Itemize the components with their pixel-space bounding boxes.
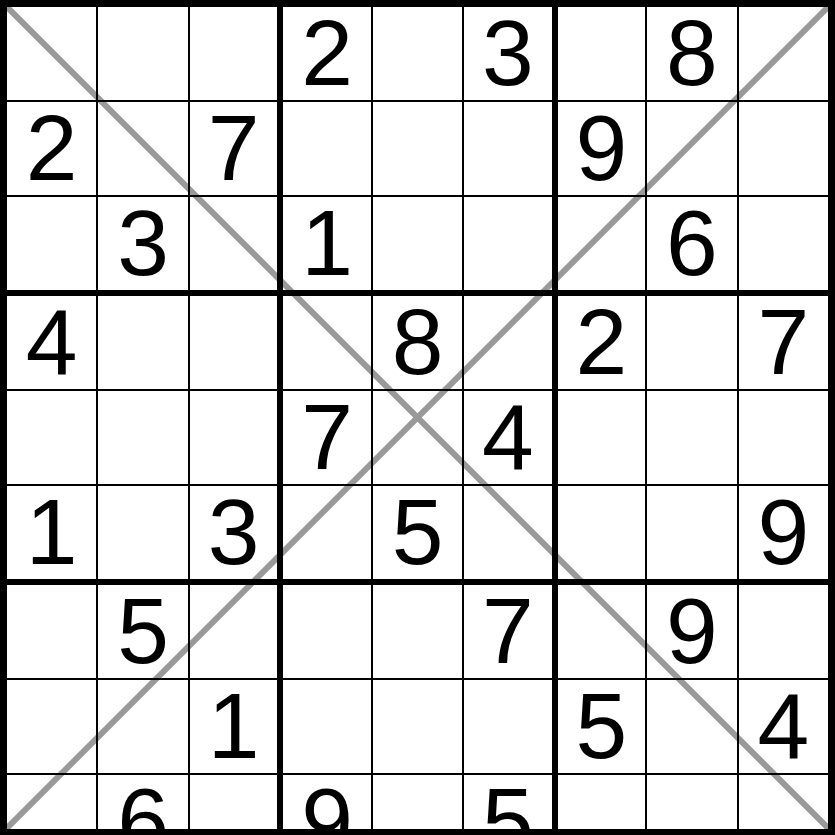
cell-r5c3[interactable] (189, 390, 280, 485)
cell-r7c2: 5 (97, 582, 188, 679)
cell-r8c7: 5 (555, 679, 646, 774)
cell-r2c2[interactable] (97, 101, 188, 196)
cell-r1c7[interactable] (555, 6, 646, 101)
cell-r4c9: 7 (738, 293, 829, 390)
cell-r9c4: 9 (280, 774, 371, 835)
cell-r9c8[interactable] (646, 774, 737, 835)
cell-r7c8: 9 (646, 582, 737, 679)
cell-r2c9[interactable] (738, 101, 829, 196)
cell-r4c6[interactable] (463, 293, 554, 390)
cell-r7c5[interactable] (372, 582, 463, 679)
cell-r5c7[interactable] (555, 390, 646, 485)
cell-r5c6: 4 (463, 390, 554, 485)
cell-r5c8[interactable] (646, 390, 737, 485)
cell-r1c4: 2 (280, 6, 371, 101)
sudoku-grid: 2382793164827741359579154695 (6, 6, 829, 829)
cell-r6c6[interactable] (463, 485, 554, 582)
cell-r9c6: 5 (463, 774, 554, 835)
cell-r8c3: 1 (189, 679, 280, 774)
cell-r4c5: 8 (372, 293, 463, 390)
cell-r2c7: 9 (555, 101, 646, 196)
cell-r7c1[interactable] (6, 582, 97, 679)
cell-r9c9[interactable] (738, 774, 829, 835)
cell-r6c4[interactable] (280, 485, 371, 582)
cell-r1c8: 8 (646, 6, 737, 101)
cell-r2c3: 7 (189, 101, 280, 196)
cell-r8c9: 4 (738, 679, 829, 774)
cell-r1c9[interactable] (738, 6, 829, 101)
cell-r6c5: 5 (372, 485, 463, 582)
cell-r4c8[interactable] (646, 293, 737, 390)
cell-r5c1[interactable] (6, 390, 97, 485)
cell-r2c4[interactable] (280, 101, 371, 196)
cell-r9c1[interactable] (6, 774, 97, 835)
cell-r3c3[interactable] (189, 196, 280, 293)
cell-r4c3[interactable] (189, 293, 280, 390)
cell-r7c9[interactable] (738, 582, 829, 679)
cell-r7c4[interactable] (280, 582, 371, 679)
cell-r9c3[interactable] (189, 774, 280, 835)
cell-r3c9[interactable] (738, 196, 829, 293)
cell-r6c8[interactable] (646, 485, 737, 582)
cell-r6c7[interactable] (555, 485, 646, 582)
cell-r8c5[interactable] (372, 679, 463, 774)
cell-r2c1: 2 (6, 101, 97, 196)
cell-r1c1[interactable] (6, 6, 97, 101)
cell-r8c8[interactable] (646, 679, 737, 774)
cell-r9c2: 6 (97, 774, 188, 835)
cell-r3c7[interactable] (555, 196, 646, 293)
cell-r7c6: 7 (463, 582, 554, 679)
cell-r2c6[interactable] (463, 101, 554, 196)
cell-r3c4: 1 (280, 196, 371, 293)
cell-r6c9: 9 (738, 485, 829, 582)
cell-r1c2[interactable] (97, 6, 188, 101)
cell-r6c3: 3 (189, 485, 280, 582)
cell-r1c5[interactable] (372, 6, 463, 101)
cell-r1c3[interactable] (189, 6, 280, 101)
cell-r5c5[interactable] (372, 390, 463, 485)
cell-r3c2: 3 (97, 196, 188, 293)
cell-r3c5[interactable] (372, 196, 463, 293)
cell-r9c7[interactable] (555, 774, 646, 835)
cell-r3c6[interactable] (463, 196, 554, 293)
cell-r8c1[interactable] (6, 679, 97, 774)
cell-r5c4: 7 (280, 390, 371, 485)
cell-r3c8: 6 (646, 196, 737, 293)
cell-r8c6[interactable] (463, 679, 554, 774)
cell-r3c1[interactable] (6, 196, 97, 293)
cell-r6c2[interactable] (97, 485, 188, 582)
cell-r6c1: 1 (6, 485, 97, 582)
cell-r5c9[interactable] (738, 390, 829, 485)
cell-r4c2[interactable] (97, 293, 188, 390)
cell-r2c8[interactable] (646, 101, 737, 196)
sudoku-board: 2382793164827741359579154695 (0, 0, 835, 835)
cell-r4c1: 4 (6, 293, 97, 390)
cell-r7c7[interactable] (555, 582, 646, 679)
cell-r2c5[interactable] (372, 101, 463, 196)
cell-r4c7: 2 (555, 293, 646, 390)
cell-r8c2[interactable] (97, 679, 188, 774)
cell-r4c4[interactable] (280, 293, 371, 390)
cell-r1c6: 3 (463, 6, 554, 101)
cell-r9c5[interactable] (372, 774, 463, 835)
cell-r8c4[interactable] (280, 679, 371, 774)
cell-r5c2[interactable] (97, 390, 188, 485)
cell-r7c3[interactable] (189, 582, 280, 679)
